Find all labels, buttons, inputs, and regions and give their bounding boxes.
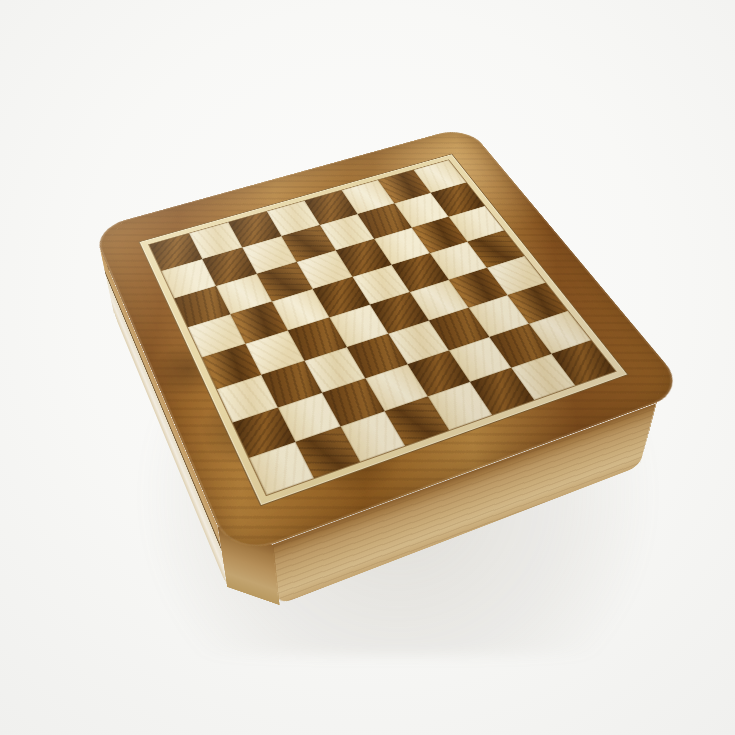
photo-background bbox=[0, 0, 735, 735]
